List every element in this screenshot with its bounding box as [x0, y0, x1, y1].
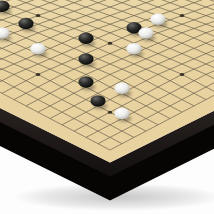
star-point: [180, 14, 185, 17]
white-stone: [126, 43, 141, 54]
black-stone: [78, 33, 93, 44]
go-board-photo: [0, 0, 214, 214]
white-stone: [138, 27, 153, 38]
white-stone: [30, 43, 45, 54]
black-stone: [78, 53, 93, 64]
star-point: [108, 42, 113, 45]
star-point: [108, 111, 113, 114]
star-point: [180, 73, 185, 76]
star-point: [36, 14, 41, 17]
black-stone: [78, 76, 93, 87]
white-stone: [114, 108, 129, 119]
go-board-photo-scene: [0, 0, 214, 214]
white-stone: [114, 83, 129, 94]
white-stone: [150, 14, 165, 25]
star-point: [36, 73, 41, 76]
black-stone: [18, 18, 33, 29]
black-stone: [90, 95, 105, 106]
